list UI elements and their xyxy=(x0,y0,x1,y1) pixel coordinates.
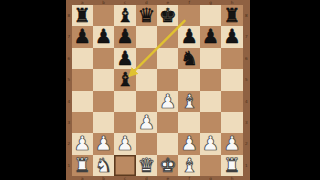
rank-label-left-6: 6 xyxy=(66,48,72,69)
rank-label-right-4: 4 xyxy=(244,91,250,112)
rank-label-left-8: 8 xyxy=(66,5,72,26)
file-label-top-c: c xyxy=(114,0,135,5)
video-letterbox-frame: ♜♝♛♚♜♟♟♟♟♟♟♟♞♝♟♝♟♟♟♟♟♟♟♜♞♛♚♝♜ 8877665544… xyxy=(0,0,320,180)
rank-label-left-5: 5 xyxy=(66,69,72,90)
file-label-top-h: h xyxy=(221,0,242,5)
file-label-bottom-c: c xyxy=(114,176,135,180)
rank-label-right-6: 6 xyxy=(244,48,250,69)
rank-label-right-3: 3 xyxy=(244,112,250,133)
rank-label-left-2: 2 xyxy=(66,133,72,154)
file-label-bottom-e: e xyxy=(157,176,178,180)
chess-board: ♜♝♛♚♜♟♟♟♟♟♟♟♞♝♟♝♟♟♟♟♟♟♟♜♞♛♚♝♜ 8877665544… xyxy=(66,0,250,180)
rank-label-right-1: 1 xyxy=(244,155,250,176)
rank-label-right-8: 8 xyxy=(244,5,250,26)
file-label-top-d: d xyxy=(136,0,157,5)
rank-label-right-5: 5 xyxy=(244,69,250,90)
file-label-top-g: g xyxy=(200,0,221,5)
file-label-bottom-g: g xyxy=(200,176,221,180)
file-label-bottom-d: d xyxy=(136,176,157,180)
file-label-top-a: a xyxy=(72,0,93,5)
file-label-bottom-f: f xyxy=(179,176,200,180)
rank-label-left-7: 7 xyxy=(66,26,72,47)
file-label-bottom-b: b xyxy=(93,176,114,180)
rank-label-right-7: 7 xyxy=(244,26,250,47)
file-label-bottom-a: a xyxy=(72,176,93,180)
rank-label-left-1: 1 xyxy=(66,155,72,176)
file-label-bottom-h: h xyxy=(221,176,242,180)
file-label-top-b: b xyxy=(93,0,114,5)
rank-label-right-2: 2 xyxy=(244,133,250,154)
file-label-top-f: f xyxy=(179,0,200,5)
rank-label-left-3: 3 xyxy=(66,112,72,133)
rank-label-left-4: 4 xyxy=(66,91,72,112)
move-arrow-line xyxy=(130,21,184,75)
move-arrow xyxy=(72,5,243,176)
file-label-top-e: e xyxy=(157,0,178,5)
